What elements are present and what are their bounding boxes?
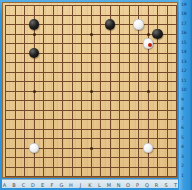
row-label: 12 bbox=[181, 68, 191, 74]
column-label: H bbox=[67, 181, 76, 189]
grid-line-vertical bbox=[138, 5, 139, 177]
row-label: 16 bbox=[181, 30, 191, 36]
column-label: F bbox=[48, 181, 57, 189]
column-label: D bbox=[29, 181, 38, 189]
row-label: 19 bbox=[181, 2, 191, 8]
row-coordinate-strip: 19181716151413121110987654321 bbox=[179, 0, 192, 190]
row-label: 9 bbox=[181, 97, 191, 103]
star-point bbox=[90, 33, 93, 36]
white-stone bbox=[143, 143, 154, 154]
grid-line-vertical bbox=[167, 5, 168, 177]
row-label: 13 bbox=[181, 59, 191, 65]
column-label: B bbox=[10, 181, 19, 189]
grid-line-horizontal bbox=[5, 129, 177, 130]
row-label: 18 bbox=[181, 11, 191, 17]
row-label: 15 bbox=[181, 40, 191, 46]
grid-line-vertical bbox=[119, 5, 120, 177]
star-point bbox=[147, 33, 150, 36]
grid-line-horizontal bbox=[5, 110, 177, 111]
black-stone bbox=[29, 48, 40, 59]
grid-line-horizontal bbox=[5, 100, 177, 101]
grid-line-vertical bbox=[110, 5, 111, 177]
column-label: J bbox=[76, 181, 85, 189]
row-label: 7 bbox=[181, 116, 191, 122]
column-label: K bbox=[86, 181, 95, 189]
grid-line-horizontal bbox=[5, 119, 177, 120]
grid-line-horizontal bbox=[5, 157, 177, 158]
grid-line-vertical bbox=[129, 5, 130, 177]
white-stone bbox=[133, 19, 144, 30]
star-point bbox=[147, 90, 150, 93]
star-point bbox=[33, 90, 36, 93]
column-label: G bbox=[57, 181, 66, 189]
go-board[interactable] bbox=[2, 2, 178, 178]
grid-line-horizontal bbox=[5, 176, 177, 177]
star-point bbox=[33, 33, 36, 36]
column-coordinate-strip: ABCDEFGHJKLMNOPQRST bbox=[2, 179, 178, 188]
go-app-window: ABCDEFGHJKLMNOPQRST 19181716151413121110… bbox=[0, 0, 192, 190]
column-label: Q bbox=[143, 181, 152, 189]
row-label: 17 bbox=[181, 21, 191, 27]
grid-line-horizontal bbox=[5, 138, 177, 139]
row-label: 2 bbox=[181, 163, 191, 169]
white-stone bbox=[29, 143, 40, 154]
last-move-marker bbox=[148, 43, 152, 47]
row-label: 6 bbox=[181, 125, 191, 131]
column-label: A bbox=[0, 181, 9, 189]
row-label: 5 bbox=[181, 135, 191, 141]
row-label: 11 bbox=[181, 78, 191, 84]
row-label: 4 bbox=[181, 144, 191, 150]
column-label: L bbox=[95, 181, 104, 189]
star-point bbox=[90, 147, 93, 150]
column-label: P bbox=[133, 181, 142, 189]
column-label: O bbox=[124, 181, 133, 189]
column-label: C bbox=[19, 181, 28, 189]
black-stone bbox=[152, 29, 163, 40]
column-label: S bbox=[162, 181, 171, 189]
black-stone bbox=[29, 19, 40, 30]
row-label: 3 bbox=[181, 154, 191, 160]
column-label: E bbox=[38, 181, 47, 189]
grid-line-horizontal bbox=[5, 167, 177, 168]
grid-line-vertical bbox=[100, 5, 101, 177]
black-stone bbox=[105, 19, 116, 30]
star-point bbox=[90, 90, 93, 93]
row-label: 8 bbox=[181, 106, 191, 112]
grid-line-vertical bbox=[176, 5, 177, 177]
row-label: 14 bbox=[181, 49, 191, 55]
column-label: M bbox=[105, 181, 114, 189]
row-label: 10 bbox=[181, 87, 191, 93]
row-label: 1 bbox=[181, 173, 191, 179]
column-label: R bbox=[152, 181, 161, 189]
column-label: N bbox=[114, 181, 123, 189]
